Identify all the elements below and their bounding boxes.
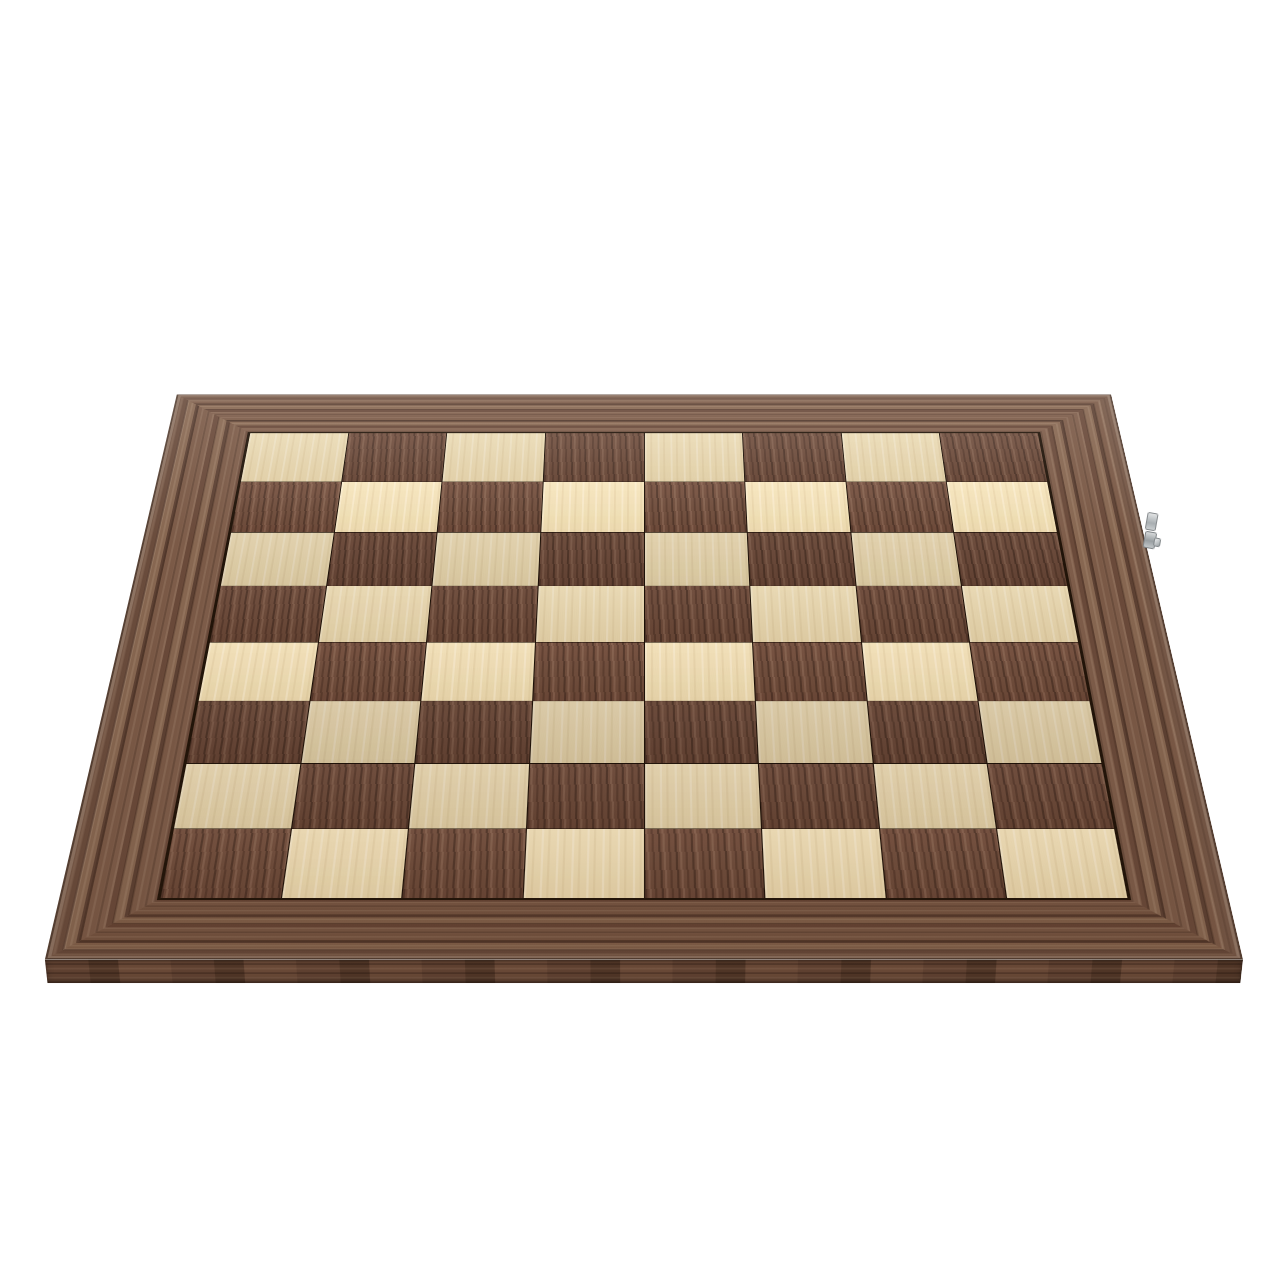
square-c4 [422,642,535,701]
checkerboard-grid [161,433,1128,898]
square-h6 [955,533,1068,586]
square-b1 [282,829,409,898]
board-front-edge [45,959,1243,983]
square-a8 [241,433,348,481]
frame-rail-right [1033,394,1243,959]
square-e1 [645,829,765,898]
square-a1 [161,829,291,898]
square-g3 [867,701,986,763]
square-a3 [187,701,309,763]
square-c2 [409,764,529,829]
square-g7 [846,482,953,532]
square-e8 [644,433,744,481]
square-f2 [759,764,879,829]
square-b4 [310,642,426,701]
hinge-pin-knob [1153,537,1161,547]
square-d5 [536,586,644,642]
square-e5 [644,586,752,642]
frame-rail-left [45,394,255,959]
square-b5 [319,586,432,642]
square-e7 [644,482,746,532]
square-b6 [327,533,437,586]
frame-rail-bottom [45,900,1243,959]
square-g1 [880,829,1007,898]
square-h1 [998,829,1128,898]
board-top-surface [45,394,1243,959]
square-g2 [874,764,997,829]
square-b7 [335,482,442,532]
square-a4 [199,642,318,701]
square-d7 [541,482,643,532]
product-photo-canvas [0,0,1280,1280]
square-d2 [527,764,644,829]
square-e6 [644,533,749,586]
square-f7 [745,482,850,532]
square-a6 [221,533,334,586]
square-b2 [292,764,415,829]
square-c1 [403,829,526,898]
square-h5 [962,586,1078,642]
perspective-scene [0,0,1280,1280]
square-e3 [645,701,758,763]
hinge-plate-upper [1145,512,1159,532]
square-g4 [862,642,978,701]
square-f1 [762,829,885,898]
square-d4 [533,642,643,701]
square-b8 [342,433,447,481]
square-g6 [851,533,961,586]
square-h2 [988,764,1114,829]
square-a5 [210,586,326,642]
square-f8 [743,433,845,481]
square-f6 [748,533,855,586]
square-f4 [753,642,866,701]
square-d1 [524,829,644,898]
playing-area-inlay [157,432,1131,900]
square-c8 [443,433,545,481]
square-e2 [645,764,762,829]
square-a2 [174,764,300,829]
square-f5 [750,586,860,642]
chess-board [45,394,1243,959]
square-h7 [947,482,1057,532]
square-h4 [970,642,1089,701]
square-a7 [231,482,341,532]
square-c7 [438,482,543,532]
square-d8 [544,433,644,481]
square-f3 [756,701,872,763]
square-b3 [301,701,420,763]
square-h3 [979,701,1101,763]
square-e4 [645,642,755,701]
square-d6 [539,533,644,586]
square-d3 [530,701,643,763]
square-c6 [433,533,540,586]
square-g8 [842,433,947,481]
square-c3 [416,701,532,763]
square-g5 [856,586,969,642]
square-c5 [427,586,537,642]
square-h8 [940,433,1047,481]
frame-rail-top [168,394,1120,432]
